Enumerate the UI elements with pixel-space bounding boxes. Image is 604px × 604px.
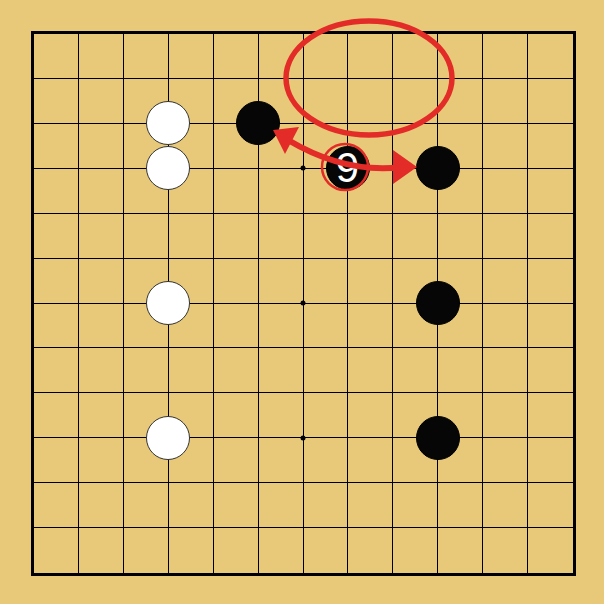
black-stone-F11[interactable] [236, 101, 280, 145]
board-cell [438, 214, 483, 259]
board-cell [483, 438, 528, 483]
board-cell [348, 259, 393, 304]
board-cell [214, 259, 259, 304]
board-cell [214, 438, 259, 483]
board-cell [79, 34, 124, 79]
board-cell [79, 304, 124, 349]
board-cell [214, 304, 259, 349]
board-cell [34, 34, 79, 79]
board-cell [34, 214, 79, 259]
hoshi-point [300, 300, 305, 305]
board-cell [483, 79, 528, 124]
board-cell [528, 528, 573, 573]
board-cell [528, 304, 573, 349]
board-cell [528, 214, 573, 259]
board-cell [34, 304, 79, 349]
board-cell [34, 393, 79, 438]
board-cell [483, 528, 528, 573]
black-stone-K7[interactable] [416, 281, 460, 325]
board-cell [304, 348, 349, 393]
board-cell [34, 79, 79, 124]
board-cell [393, 34, 438, 79]
board-cell [304, 214, 349, 259]
board-cell [483, 259, 528, 304]
board-cell [169, 528, 214, 573]
board-cell [348, 34, 393, 79]
board-cell [259, 348, 304, 393]
board-cell [259, 528, 304, 573]
board-cell [214, 348, 259, 393]
board-cell [169, 34, 214, 79]
board-cell [528, 169, 573, 214]
board-cell [259, 214, 304, 259]
board-cell [214, 528, 259, 573]
board-cell [124, 214, 169, 259]
board-cell [528, 483, 573, 528]
board-cell [483, 393, 528, 438]
board-cell [528, 259, 573, 304]
board-cell [124, 528, 169, 573]
board-cell [214, 169, 259, 214]
board-cell [528, 124, 573, 169]
go-diagram: 9 [0, 0, 604, 604]
board-cell [393, 528, 438, 573]
board-cell [34, 259, 79, 304]
black-stone-K10[interactable] [416, 146, 460, 190]
board-cell [169, 348, 214, 393]
board-cell [259, 438, 304, 483]
board-cell [124, 34, 169, 79]
board-cell [304, 79, 349, 124]
board-cell [304, 483, 349, 528]
board-cell [79, 169, 124, 214]
board-cell [528, 438, 573, 483]
white-stone-D4[interactable] [146, 416, 190, 460]
board-cell [483, 348, 528, 393]
board-cell [348, 79, 393, 124]
board-cell [304, 304, 349, 349]
board-cell [79, 483, 124, 528]
board-cell [34, 348, 79, 393]
board-cell [79, 214, 124, 259]
black-stone-K4[interactable] [416, 416, 460, 460]
board-cell [393, 483, 438, 528]
board-cell [528, 393, 573, 438]
board-cell [393, 348, 438, 393]
board-cell [79, 79, 124, 124]
hoshi-point [300, 435, 305, 440]
board-cell [304, 528, 349, 573]
board-cell [79, 348, 124, 393]
board-cell [438, 483, 483, 528]
board-cell [393, 214, 438, 259]
board-cell [214, 483, 259, 528]
board-cell [34, 528, 79, 573]
move-number-label: 9 [336, 146, 359, 190]
board-cell [124, 483, 169, 528]
board-cell [34, 483, 79, 528]
board-cell [79, 124, 124, 169]
board-cell [79, 393, 124, 438]
board-cell [124, 348, 169, 393]
board-cell [393, 79, 438, 124]
board-cell [304, 393, 349, 438]
board-cell [34, 169, 79, 214]
board-cell [259, 169, 304, 214]
board-cell [348, 348, 393, 393]
board-cell [259, 304, 304, 349]
board-cell [34, 124, 79, 169]
hoshi-point [300, 165, 305, 170]
board-cell [348, 528, 393, 573]
board-cell [79, 259, 124, 304]
black-stone-H10[interactable]: 9 [326, 146, 370, 190]
board-cell [79, 528, 124, 573]
board-cell [528, 348, 573, 393]
board-cell [483, 124, 528, 169]
board-cell [528, 34, 573, 79]
white-stone-D11[interactable] [146, 101, 190, 145]
board-cell [348, 214, 393, 259]
board-cell [259, 483, 304, 528]
board-cell [438, 34, 483, 79]
board-cell [214, 34, 259, 79]
board-cell [348, 438, 393, 483]
board-cell [259, 259, 304, 304]
board-cell [169, 483, 214, 528]
board-cell [214, 214, 259, 259]
board-cell [483, 214, 528, 259]
board-cell [214, 393, 259, 438]
board-cell [438, 528, 483, 573]
white-stone-D7[interactable] [146, 281, 190, 325]
board-cell [34, 438, 79, 483]
board-cell [348, 483, 393, 528]
white-stone-D10[interactable] [146, 146, 190, 190]
board-cell [79, 438, 124, 483]
board-cell [259, 34, 304, 79]
board-cell [348, 393, 393, 438]
board-cell [304, 438, 349, 483]
board-cell [483, 483, 528, 528]
board-cell [438, 79, 483, 124]
board-cell [348, 304, 393, 349]
board-cell [438, 348, 483, 393]
board-cell [528, 79, 573, 124]
board-cell [483, 34, 528, 79]
board-cell [169, 214, 214, 259]
board-cell [259, 393, 304, 438]
board-cell [304, 34, 349, 79]
board-cell [483, 304, 528, 349]
board-cell [483, 169, 528, 214]
board-cell [304, 259, 349, 304]
